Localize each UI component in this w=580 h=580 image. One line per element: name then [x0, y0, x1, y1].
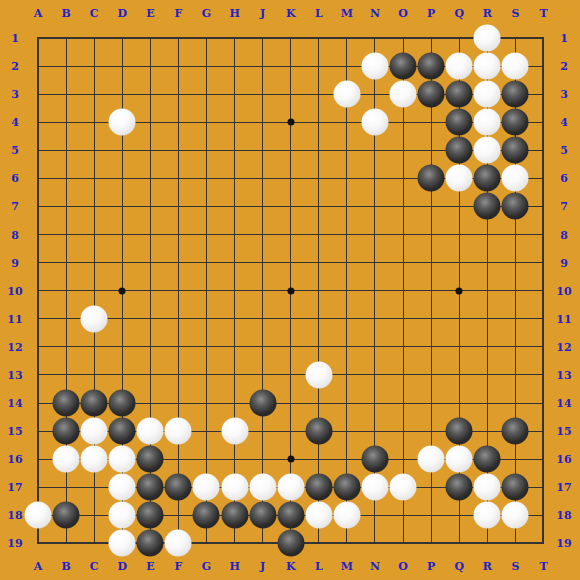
- star-point-Q10: [456, 287, 463, 294]
- stone-black-B18[interactable]: [53, 502, 80, 529]
- stone-white-S18[interactable]: [502, 502, 529, 529]
- row-label-left-9: 9: [11, 257, 19, 268]
- stone-black-R7[interactable]: [474, 193, 501, 220]
- row-label-left-17: 17: [7, 482, 22, 493]
- column-label-top-M: M: [341, 8, 353, 19]
- stone-white-Q2[interactable]: [446, 53, 473, 80]
- column-label-bottom-H: H: [229, 561, 239, 572]
- stone-black-S3[interactable]: [502, 81, 529, 108]
- row-label-right-10: 10: [556, 285, 571, 296]
- stone-white-D4[interactable]: [109, 109, 136, 136]
- row-label-left-19: 19: [7, 538, 22, 549]
- stone-black-F17[interactable]: [165, 474, 192, 501]
- column-label-bottom-O: O: [398, 561, 408, 572]
- go-board[interactable]: [0, 0, 580, 580]
- stone-white-L18[interactable]: [305, 502, 332, 529]
- column-label-top-S: S: [511, 8, 519, 19]
- row-label-left-14: 14: [7, 398, 22, 409]
- stone-white-Q6[interactable]: [446, 165, 473, 192]
- row-label-left-7: 7: [11, 201, 19, 212]
- row-label-right-7: 7: [560, 201, 568, 212]
- grid-line-horizontal-11: [37, 318, 544, 319]
- stone-white-D19[interactable]: [109, 530, 136, 557]
- column-label-bottom-F: F: [175, 561, 183, 572]
- row-label-right-6: 6: [560, 173, 568, 184]
- stone-white-P16[interactable]: [418, 446, 445, 473]
- row-label-right-12: 12: [556, 341, 571, 352]
- stone-white-S2[interactable]: [502, 53, 529, 80]
- go-board-diagram: AABBCCDDEEFFGGHHJJKKLLMMNNOOPPQQRRSSTT11…: [0, 0, 580, 580]
- column-label-top-C: C: [90, 8, 99, 19]
- column-label-bottom-A: A: [34, 561, 43, 572]
- column-label-bottom-G: G: [202, 561, 211, 572]
- stone-white-C16[interactable]: [81, 446, 108, 473]
- row-label-left-11: 11: [7, 313, 22, 324]
- stone-black-O2[interactable]: [390, 53, 417, 80]
- stone-white-R3[interactable]: [474, 81, 501, 108]
- stone-black-S7[interactable]: [502, 193, 529, 220]
- column-label-bottom-S: S: [511, 561, 519, 572]
- row-label-left-5: 5: [11, 145, 19, 156]
- grid-line-vertical-T: [542, 37, 544, 544]
- column-label-bottom-M: M: [341, 561, 353, 572]
- stone-black-P3[interactable]: [418, 81, 445, 108]
- stone-white-G17[interactable]: [193, 474, 220, 501]
- row-label-left-10: 10: [7, 285, 22, 296]
- column-label-top-H: H: [229, 8, 239, 19]
- grid-line-vertical-O: [403, 37, 404, 544]
- stone-white-K17[interactable]: [277, 474, 304, 501]
- stone-black-G18[interactable]: [193, 502, 220, 529]
- row-label-right-16: 16: [556, 454, 571, 465]
- stone-white-M18[interactable]: [333, 502, 360, 529]
- column-label-top-R: R: [483, 8, 492, 19]
- column-label-bottom-L: L: [315, 561, 323, 572]
- column-label-top-K: K: [286, 8, 296, 19]
- stone-white-J17[interactable]: [249, 474, 276, 501]
- row-label-right-1: 1: [560, 33, 568, 44]
- stone-white-R17[interactable]: [474, 474, 501, 501]
- row-label-right-18: 18: [556, 510, 571, 521]
- row-label-left-16: 16: [7, 454, 22, 465]
- row-label-right-4: 4: [560, 117, 568, 128]
- stone-black-M17[interactable]: [333, 474, 360, 501]
- row-label-right-19: 19: [556, 538, 571, 549]
- stone-black-E18[interactable]: [137, 502, 164, 529]
- stone-black-K19[interactable]: [277, 530, 304, 557]
- stone-white-L13[interactable]: [305, 361, 332, 388]
- column-label-bottom-B: B: [61, 561, 70, 572]
- row-label-right-17: 17: [556, 482, 571, 493]
- stone-white-F19[interactable]: [165, 530, 192, 557]
- stone-black-L15[interactable]: [305, 418, 332, 445]
- stone-black-Q3[interactable]: [446, 81, 473, 108]
- row-label-right-5: 5: [560, 145, 568, 156]
- row-label-right-3: 3: [560, 89, 568, 100]
- stone-white-B16[interactable]: [53, 446, 80, 473]
- star-point-K4: [287, 119, 294, 126]
- grid-line-horizontal-13: [37, 374, 544, 375]
- stone-white-F15[interactable]: [165, 418, 192, 445]
- row-label-right-2: 2: [560, 61, 568, 72]
- row-label-left-8: 8: [11, 229, 19, 240]
- column-label-bottom-J: J: [260, 561, 265, 572]
- stone-white-R4[interactable]: [474, 109, 501, 136]
- stone-white-M3[interactable]: [333, 81, 360, 108]
- column-label-top-F: F: [175, 8, 183, 19]
- stone-black-Q15[interactable]: [446, 418, 473, 445]
- column-label-top-G: G: [202, 8, 211, 19]
- stone-black-B15[interactable]: [53, 418, 80, 445]
- stone-white-O17[interactable]: [390, 474, 417, 501]
- stone-black-Q4[interactable]: [446, 109, 473, 136]
- star-point-D10: [119, 287, 126, 294]
- column-label-bottom-K: K: [286, 561, 296, 572]
- stone-white-A18[interactable]: [25, 502, 52, 529]
- stone-white-H17[interactable]: [221, 474, 248, 501]
- stone-black-D14[interactable]: [109, 390, 136, 417]
- stone-black-J18[interactable]: [249, 502, 276, 529]
- stone-white-H15[interactable]: [221, 418, 248, 445]
- row-label-left-15: 15: [7, 426, 22, 437]
- column-label-bottom-D: D: [117, 561, 127, 572]
- column-label-bottom-C: C: [90, 561, 99, 572]
- stone-black-P6[interactable]: [418, 165, 445, 192]
- stone-black-R6[interactable]: [474, 165, 501, 192]
- row-label-right-8: 8: [560, 229, 568, 240]
- stone-black-E16[interactable]: [137, 446, 164, 473]
- row-label-left-2: 2: [11, 61, 19, 72]
- grid-line-vertical-M: [346, 37, 347, 544]
- row-label-left-18: 18: [7, 510, 22, 521]
- stone-white-C11[interactable]: [81, 305, 108, 332]
- column-label-bottom-E: E: [146, 561, 154, 572]
- stone-white-R1[interactable]: [474, 25, 501, 52]
- grid-line-horizontal-12: [37, 346, 544, 347]
- stone-black-J14[interactable]: [249, 390, 276, 417]
- stone-black-N16[interactable]: [361, 446, 388, 473]
- star-point-K16: [287, 456, 294, 463]
- row-label-right-11: 11: [556, 313, 571, 324]
- row-label-left-12: 12: [7, 341, 22, 352]
- column-label-top-B: B: [61, 8, 70, 19]
- column-label-top-L: L: [315, 8, 323, 19]
- row-label-right-9: 9: [560, 257, 568, 268]
- column-label-bottom-P: P: [427, 561, 435, 572]
- stone-black-K18[interactable]: [277, 502, 304, 529]
- row-label-right-15: 15: [556, 426, 571, 437]
- column-label-top-A: A: [34, 8, 43, 19]
- stone-white-R18[interactable]: [474, 502, 501, 529]
- column-label-top-N: N: [370, 8, 380, 19]
- stone-black-S5[interactable]: [502, 137, 529, 164]
- stone-white-N4[interactable]: [361, 109, 388, 136]
- row-label-left-4: 4: [11, 117, 19, 128]
- stone-black-E19[interactable]: [137, 530, 164, 557]
- stone-black-B14[interactable]: [53, 390, 80, 417]
- row-label-right-14: 14: [556, 398, 571, 409]
- stone-black-E17[interactable]: [137, 474, 164, 501]
- stone-white-C15[interactable]: [81, 418, 108, 445]
- column-label-bottom-Q: Q: [454, 561, 464, 572]
- stone-white-R2[interactable]: [474, 53, 501, 80]
- stone-white-D18[interactable]: [109, 502, 136, 529]
- column-label-bottom-N: N: [370, 561, 380, 572]
- column-label-top-O: O: [398, 8, 408, 19]
- column-label-top-Q: Q: [454, 8, 464, 19]
- stone-black-R16[interactable]: [474, 446, 501, 473]
- stone-white-S6[interactable]: [502, 165, 529, 192]
- stone-black-P2[interactable]: [418, 53, 445, 80]
- grid-line-vertical-L: [318, 37, 319, 544]
- row-label-left-6: 6: [11, 173, 19, 184]
- stone-white-D17[interactable]: [109, 474, 136, 501]
- stone-black-L17[interactable]: [305, 474, 332, 501]
- row-label-right-13: 13: [556, 369, 571, 380]
- column-label-bottom-T: T: [539, 561, 547, 572]
- column-label-bottom-R: R: [483, 561, 492, 572]
- stone-black-Q5[interactable]: [446, 137, 473, 164]
- stone-black-C14[interactable]: [81, 390, 108, 417]
- column-label-top-P: P: [427, 8, 435, 19]
- stone-white-D16[interactable]: [109, 446, 136, 473]
- stone-white-R5[interactable]: [474, 137, 501, 164]
- column-label-top-E: E: [146, 8, 154, 19]
- row-label-left-3: 3: [11, 89, 19, 100]
- stone-white-E15[interactable]: [137, 418, 164, 445]
- stone-black-S15[interactable]: [502, 418, 529, 445]
- column-label-top-J: J: [260, 8, 265, 19]
- row-label-left-1: 1: [11, 33, 19, 44]
- stone-white-O3[interactable]: [390, 81, 417, 108]
- stone-black-Q17[interactable]: [446, 474, 473, 501]
- stone-black-H18[interactable]: [221, 502, 248, 529]
- row-label-left-13: 13: [7, 369, 22, 380]
- column-label-top-D: D: [117, 8, 127, 19]
- stone-white-N2[interactable]: [361, 53, 388, 80]
- stone-white-N17[interactable]: [361, 474, 388, 501]
- stone-white-Q16[interactable]: [446, 446, 473, 473]
- column-label-top-T: T: [539, 8, 547, 19]
- stone-black-S17[interactable]: [502, 474, 529, 501]
- stone-black-S4[interactable]: [502, 109, 529, 136]
- star-point-K10: [287, 287, 294, 294]
- stone-black-D15[interactable]: [109, 418, 136, 445]
